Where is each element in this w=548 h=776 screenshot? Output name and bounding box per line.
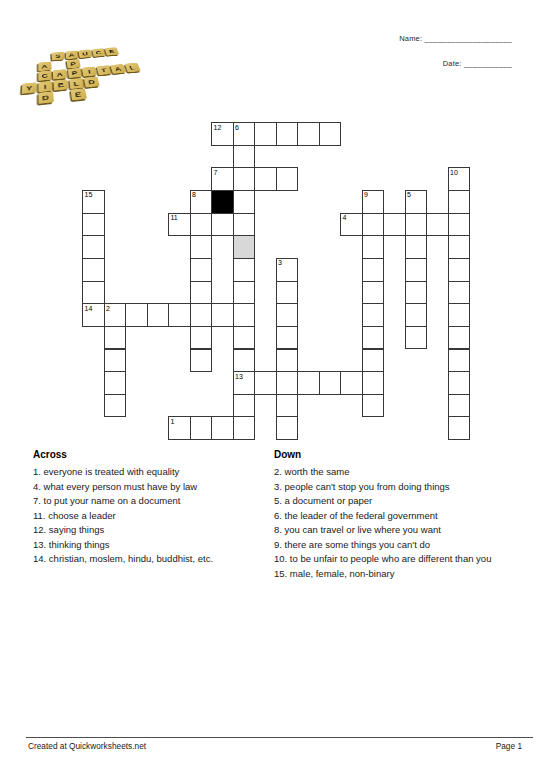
crossword-cell[interactable]: [82, 258, 105, 282]
crossword-cell[interactable]: [448, 349, 471, 373]
clue-number-7: 7: [214, 169, 218, 177]
crossword-cell[interactable]: 13: [233, 371, 256, 395]
crossword-grid: 126710158951143142131: [82, 122, 470, 440]
crossword-cell[interactable]: [405, 326, 428, 350]
crossword-cell[interactable]: [448, 213, 471, 237]
crossword-cell[interactable]: [233, 213, 256, 237]
crossword-cell[interactable]: [448, 281, 471, 305]
crossword-cell[interactable]: 2: [104, 303, 127, 327]
letter-tile-T: T: [96, 65, 112, 75]
date-field[interactable]: Date: ___________: [443, 59, 512, 68]
crossword-cell[interactable]: 7: [211, 167, 234, 191]
crossword-cell[interactable]: [297, 371, 320, 395]
crossword-cell[interactable]: [82, 213, 105, 237]
crossword-cell[interactable]: [233, 394, 256, 418]
crossword-cell[interactable]: [233, 167, 256, 191]
crossword-cell[interactable]: [448, 394, 471, 418]
crossword-cell[interactable]: [254, 371, 277, 395]
down-clue-9: 9. there are some things you can't do: [274, 538, 542, 553]
letter-tile-U: U: [78, 49, 92, 58]
letter-tile-I: I: [82, 67, 97, 77]
date-label: Date:: [443, 59, 462, 68]
crossword-cell[interactable]: 5: [405, 190, 428, 214]
crossword-cell[interactable]: [448, 371, 471, 395]
logo-tile-grid: SAUCEAPCAPITALYIELDDE: [21, 46, 159, 106]
crossword-cell[interactable]: 14: [82, 303, 105, 327]
crossword-cell[interactable]: [82, 235, 105, 259]
clue-number-10: 10: [450, 169, 458, 177]
crossword-cell[interactable]: [211, 416, 234, 440]
letter-tile-Y: Y: [22, 82, 37, 93]
quickworksheets-tiles-logo: SAUCEAPCAPITALYIELDDE: [22, 18, 162, 100]
crossword-cell[interactable]: [211, 303, 234, 327]
across-clue-list: 1. everyone is treated with equality4. w…: [33, 465, 263, 567]
crossword-cell[interactable]: [233, 303, 256, 327]
clue-number-8: 8: [192, 191, 196, 199]
crossword-cell[interactable]: [233, 190, 256, 214]
letter-tile-P: P: [67, 68, 82, 78]
letter-tile-A: A: [110, 64, 126, 74]
clue-number-3: 3: [278, 259, 282, 267]
clue-number-9: 9: [364, 191, 368, 199]
crossword-cell[interactable]: [340, 371, 363, 395]
clue-number-1: 1: [171, 418, 175, 426]
clue-number-15: 15: [85, 191, 93, 199]
crossword-cell[interactable]: [276, 326, 299, 350]
date-blank-line[interactable]: ___________: [464, 59, 512, 68]
crossword-cell[interactable]: [297, 122, 320, 146]
crossword-cell[interactable]: [233, 258, 256, 282]
crossword-cell[interactable]: [405, 213, 428, 237]
letter-tile-A: A: [38, 61, 51, 71]
letter-tile-L: L: [69, 78, 85, 89]
crossword-cell[interactable]: [362, 303, 385, 327]
across-clue-7: 7. to put your name on a document: [33, 494, 263, 509]
across-clues-section: Across 1. everyone is treated with equal…: [33, 449, 263, 567]
across-clue-11: 11. choose a leader: [33, 509, 263, 524]
clue-number-5: 5: [407, 191, 411, 199]
crossword-cell[interactable]: [276, 416, 299, 440]
crossword-cell[interactable]: [405, 235, 428, 259]
down-clue-list: 2. worth the same3. people can't stop yo…: [274, 465, 542, 581]
letter-tile-A: A: [53, 69, 67, 79]
letter-tile-A: A: [65, 51, 79, 60]
crossword-cell[interactable]: [82, 281, 105, 305]
crossword-cell[interactable]: [211, 213, 234, 237]
crossword-cell[interactable]: [319, 122, 342, 146]
crossword-cell[interactable]: [254, 122, 277, 146]
crossword-cell[interactable]: [190, 326, 213, 350]
shaded-cell: [233, 235, 256, 259]
crossword-cell[interactable]: [233, 145, 256, 169]
letter-tile-D: D: [38, 91, 53, 103]
letter-tile-C: C: [91, 48, 105, 56]
crossword-cell[interactable]: [233, 349, 256, 373]
across-clue-13: 13. thinking things: [33, 538, 263, 553]
footer-credit: Created at Quickworksheets.net: [28, 741, 146, 751]
crossword-cell[interactable]: [448, 416, 471, 440]
letter-tile-D: D: [84, 76, 100, 87]
crossword-cell[interactable]: [362, 394, 385, 418]
crossword-cell[interactable]: [190, 235, 213, 259]
crossword-cell[interactable]: [405, 258, 428, 282]
down-clue-6: 6. the leader of the federal government: [274, 509, 542, 524]
crossword-cell[interactable]: 4: [340, 213, 363, 237]
across-clue-4: 4. what every person must have by law: [33, 480, 263, 495]
crossword-cell[interactable]: [104, 349, 127, 373]
crossword-cell[interactable]: [448, 190, 471, 214]
letter-tile-E: E: [70, 88, 86, 100]
crossword-cell[interactable]: [190, 416, 213, 440]
across-heading: Across: [33, 449, 263, 461]
crossword-cell[interactable]: [168, 303, 191, 327]
crossword-cell[interactable]: 6: [233, 122, 256, 146]
crossword-cell[interactable]: [276, 394, 299, 418]
crossword-cell[interactable]: [405, 281, 428, 305]
crossword-cell[interactable]: [190, 349, 213, 373]
name-label: Name:: [399, 34, 422, 43]
crossword-cell[interactable]: [190, 303, 213, 327]
crossword-cell[interactable]: [276, 303, 299, 327]
crossword-cell[interactable]: 8: [190, 190, 213, 214]
crossword-cell[interactable]: [276, 349, 299, 373]
clue-number-6: 6: [235, 124, 239, 132]
letter-tile-P: P: [66, 59, 80, 68]
crossword-cell[interactable]: [426, 213, 449, 237]
worksheet-page: SAUCEAPCAPITALYIELDDE Name: ____________…: [0, 0, 548, 776]
crossword-cell[interactable]: [448, 326, 471, 350]
crossword-cell[interactable]: [125, 303, 148, 327]
letter-tile-E: E: [53, 79, 68, 90]
clue-number-13: 13: [235, 373, 243, 381]
crossword-cell[interactable]: [362, 349, 385, 373]
letter-tile-I: I: [38, 81, 53, 92]
crossword-cell[interactable]: [405, 303, 428, 327]
crossword-cell[interactable]: [362, 326, 385, 350]
crossword-cell[interactable]: [276, 122, 299, 146]
down-clues-section: Down 2. worth the same3. people can't st…: [274, 449, 542, 581]
crossword-cell[interactable]: [233, 326, 256, 350]
name-blank-line[interactable]: ____________________: [425, 34, 512, 43]
down-clue-15: 15. male, female, non-binary: [274, 567, 542, 582]
crossword-cell[interactable]: [190, 281, 213, 305]
footer-divider: [26, 737, 533, 738]
clue-number-2: 2: [106, 305, 110, 313]
name-field[interactable]: Name: ____________________: [399, 34, 512, 43]
crossword-cell[interactable]: 12: [211, 122, 234, 146]
across-clue-14: 14. christian, moslem, hindu, buddhist, …: [33, 552, 263, 567]
crossword-cell[interactable]: 15: [82, 190, 105, 214]
down-clue-3: 3. people can't stop you from doing thin…: [274, 480, 542, 495]
crossword-cell[interactable]: [104, 326, 127, 350]
crossword-cell[interactable]: 9: [362, 190, 385, 214]
clue-number-11: 11: [171, 214, 178, 222]
blocked-cell: [211, 190, 234, 214]
down-clue-10: 10. to be unfair to people who are diffe…: [274, 552, 542, 567]
crossword-cell[interactable]: [362, 371, 385, 395]
crossword-cell[interactable]: [233, 416, 256, 440]
crossword-cell[interactable]: [190, 213, 213, 237]
down-clue-5: 5. a document or paper: [274, 494, 542, 509]
crossword-cell[interactable]: [448, 258, 471, 282]
crossword-cell[interactable]: [147, 303, 170, 327]
crossword-cell[interactable]: [254, 167, 277, 191]
crossword-cell[interactable]: [448, 235, 471, 259]
crossword-cell[interactable]: [190, 258, 213, 282]
crossword-cell[interactable]: [233, 281, 256, 305]
letter-tile-S: S: [51, 52, 64, 61]
crossword-cell[interactable]: 3: [276, 258, 299, 282]
clue-number-12: 12: [214, 124, 222, 132]
crossword-cell[interactable]: [383, 213, 406, 237]
crossword-cell[interactable]: 10: [448, 167, 471, 191]
down-clue-2: 2. worth the same: [274, 465, 542, 480]
crossword-cell[interactable]: [276, 371, 299, 395]
crossword-cell[interactable]: [362, 258, 385, 282]
clue-number-4: 4: [343, 214, 347, 222]
crossword-cell[interactable]: 11: [168, 213, 191, 237]
footer-page-number: Page 1: [496, 741, 522, 751]
crossword-cell[interactable]: [276, 281, 299, 305]
across-clue-1: 1. everyone is treated with equality: [33, 465, 263, 480]
crossword-cell[interactable]: [448, 303, 471, 327]
crossword-cell[interactable]: 1: [168, 416, 191, 440]
crossword-cell[interactable]: [319, 371, 342, 395]
across-clue-12: 12. saying things: [33, 523, 263, 538]
clue-number-14: 14: [85, 305, 93, 313]
letter-tile-C: C: [38, 71, 52, 81]
crossword-cell[interactable]: [276, 167, 299, 191]
down-heading: Down: [274, 449, 542, 461]
crossword-cell[interactable]: [362, 281, 385, 305]
crossword-cell[interactable]: [104, 394, 127, 418]
crossword-cell[interactable]: [362, 235, 385, 259]
letter-tile-L: L: [124, 63, 140, 73]
down-clue-8: 8. you can travel or live where you want: [274, 523, 542, 538]
crossword-cell[interactable]: [104, 371, 127, 395]
letter-tile-E: E: [105, 47, 120, 55]
crossword-cell[interactable]: [362, 213, 385, 237]
